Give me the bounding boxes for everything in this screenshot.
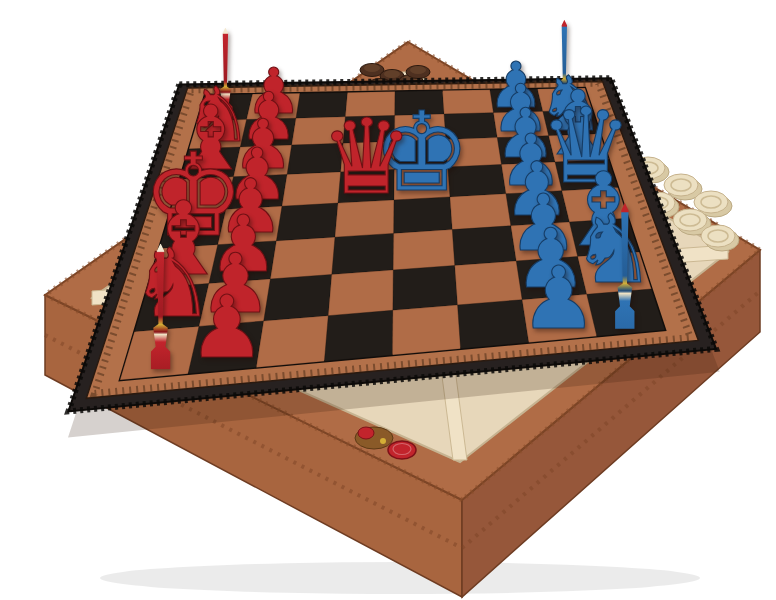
square-c7[interactable] xyxy=(497,136,555,165)
square-c8[interactable] xyxy=(549,134,609,162)
square-e3[interactable] xyxy=(276,203,338,241)
square-d3[interactable] xyxy=(282,172,341,206)
chess-set-photo: ♟♟♞♟♟♞♝♟♟♝♛♟♚♛♟♟♟♚♝♟♟♝♞♟♟♞♟♟ xyxy=(0,0,776,600)
square-a5[interactable] xyxy=(395,91,444,116)
square-b2[interactable] xyxy=(240,118,296,147)
square-f3[interactable] xyxy=(270,237,335,279)
floor-shadow xyxy=(100,562,700,594)
square-f5[interactable] xyxy=(393,230,455,270)
square-e7[interactable] xyxy=(506,191,570,226)
square-h2[interactable] xyxy=(188,321,264,374)
square-b4[interactable] xyxy=(343,116,395,144)
square-a2[interactable] xyxy=(247,93,300,119)
square-c5[interactable] xyxy=(394,140,448,170)
square-e2[interactable] xyxy=(218,206,282,245)
square-b6[interactable] xyxy=(444,113,497,140)
square-d4[interactable] xyxy=(338,169,394,203)
square-g7[interactable] xyxy=(516,257,587,300)
square-b7[interactable] xyxy=(494,111,549,137)
square-e8[interactable] xyxy=(562,188,628,223)
square-d5[interactable] xyxy=(394,167,450,200)
square-h7[interactable] xyxy=(522,294,597,342)
square-g8[interactable] xyxy=(578,252,652,294)
square-f7[interactable] xyxy=(511,222,578,261)
square-e6[interactable] xyxy=(450,194,511,230)
board-and-case-scene xyxy=(0,0,776,600)
square-g2[interactable] xyxy=(199,279,270,326)
square-f4[interactable] xyxy=(332,233,394,274)
square-g5[interactable] xyxy=(393,266,458,311)
square-a4[interactable] xyxy=(345,92,395,117)
square-c3[interactable] xyxy=(287,143,343,174)
square-b8[interactable] xyxy=(543,110,600,136)
square-h8[interactable] xyxy=(587,289,665,336)
dark-draughts-disc[interactable] xyxy=(406,66,430,79)
square-h5[interactable] xyxy=(393,305,461,355)
square-h4[interactable] xyxy=(324,310,393,361)
square-e4[interactable] xyxy=(335,200,394,237)
square-h3[interactable] xyxy=(256,316,328,368)
square-f6[interactable] xyxy=(452,226,516,266)
square-g3[interactable] xyxy=(264,275,332,322)
square-c2[interactable] xyxy=(234,145,292,177)
square-c4[interactable] xyxy=(341,141,395,172)
square-a7[interactable] xyxy=(490,89,543,113)
square-a6[interactable] xyxy=(443,90,494,114)
square-d8[interactable] xyxy=(555,160,618,191)
square-c1[interactable] xyxy=(180,147,240,179)
square-g6[interactable] xyxy=(455,261,522,305)
square-a8[interactable] xyxy=(538,88,593,111)
square-b5[interactable] xyxy=(395,114,446,141)
square-h6[interactable] xyxy=(458,300,529,349)
square-e1[interactable] xyxy=(159,209,226,248)
square-g4[interactable] xyxy=(328,270,393,316)
square-d2[interactable] xyxy=(226,174,287,209)
square-d7[interactable] xyxy=(502,162,562,194)
square-f2[interactable] xyxy=(209,241,277,284)
square-d6[interactable] xyxy=(448,165,506,197)
square-a3[interactable] xyxy=(296,92,348,118)
square-d1[interactable] xyxy=(170,177,234,213)
square-f8[interactable] xyxy=(570,218,640,256)
square-c6[interactable] xyxy=(446,138,502,167)
square-e5[interactable] xyxy=(394,197,453,234)
square-b1[interactable] xyxy=(189,120,247,149)
square-b3[interactable] xyxy=(292,117,346,145)
square-a1[interactable] xyxy=(197,94,252,121)
